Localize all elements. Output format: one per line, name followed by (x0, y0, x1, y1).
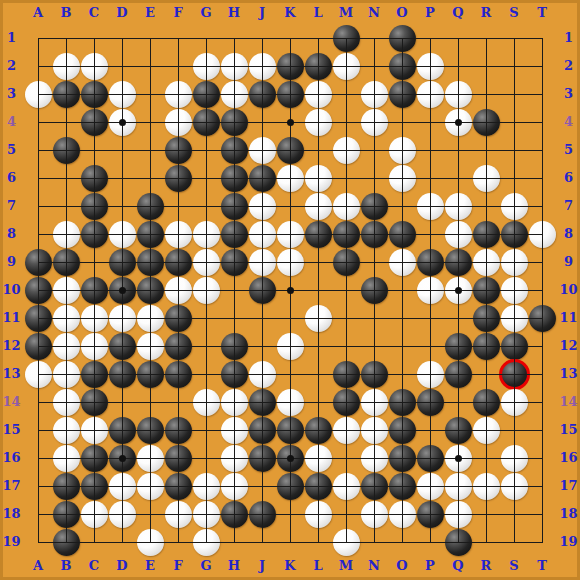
intersection-N12[interactable] (360, 332, 388, 360)
intersection-R5[interactable] (472, 136, 500, 164)
intersection-B3[interactable] (52, 80, 80, 108)
intersection-J14[interactable] (248, 388, 276, 416)
intersection-L4[interactable] (304, 108, 332, 136)
intersection-A11[interactable] (24, 304, 52, 332)
intersection-N1[interactable] (360, 24, 388, 52)
intersection-R8[interactable] (472, 220, 500, 248)
intersection-L3[interactable] (304, 80, 332, 108)
intersection-N16[interactable] (360, 444, 388, 472)
intersection-O19[interactable] (388, 528, 416, 556)
intersection-L11[interactable] (304, 304, 332, 332)
intersection-C12[interactable] (80, 332, 108, 360)
intersection-R15[interactable] (472, 416, 500, 444)
intersection-J12[interactable] (248, 332, 276, 360)
intersection-O2[interactable] (388, 52, 416, 80)
intersection-O13[interactable] (388, 360, 416, 388)
intersection-F8[interactable] (164, 220, 192, 248)
intersection-P3[interactable] (416, 80, 444, 108)
intersection-D6[interactable] (108, 164, 136, 192)
intersection-G13[interactable] (192, 360, 220, 388)
intersection-A16[interactable] (24, 444, 52, 472)
intersection-P4[interactable] (416, 108, 444, 136)
intersection-B4[interactable] (52, 108, 80, 136)
intersection-E2[interactable] (136, 52, 164, 80)
intersection-R2[interactable] (472, 52, 500, 80)
intersection-O8[interactable] (388, 220, 416, 248)
intersection-E3[interactable] (136, 80, 164, 108)
intersection-H9[interactable] (220, 248, 248, 276)
intersection-E10[interactable] (136, 276, 164, 304)
intersection-O5[interactable] (388, 136, 416, 164)
intersection-N15[interactable] (360, 416, 388, 444)
intersection-P10[interactable] (416, 276, 444, 304)
intersection-H15[interactable] (220, 416, 248, 444)
intersection-D3[interactable] (108, 80, 136, 108)
intersection-B6[interactable] (52, 164, 80, 192)
intersection-K11[interactable] (276, 304, 304, 332)
intersection-Q17[interactable] (444, 472, 472, 500)
intersection-C18[interactable] (80, 500, 108, 528)
intersection-L6[interactable] (304, 164, 332, 192)
intersection-C9[interactable] (80, 248, 108, 276)
intersection-G2[interactable] (192, 52, 220, 80)
intersection-Q1[interactable] (444, 24, 472, 52)
intersection-K8[interactable] (276, 220, 304, 248)
intersection-E18[interactable] (136, 500, 164, 528)
intersection-R18[interactable] (472, 500, 500, 528)
intersection-F16[interactable] (164, 444, 192, 472)
intersection-T18[interactable] (528, 500, 556, 528)
intersection-D1[interactable] (108, 24, 136, 52)
intersection-E16[interactable] (136, 444, 164, 472)
intersection-S16[interactable] (500, 444, 528, 472)
intersection-B11[interactable] (52, 304, 80, 332)
intersection-G5[interactable] (192, 136, 220, 164)
intersection-M3[interactable] (332, 80, 360, 108)
intersection-M4[interactable] (332, 108, 360, 136)
intersection-T4[interactable] (528, 108, 556, 136)
intersection-E13[interactable] (136, 360, 164, 388)
intersection-J3[interactable] (248, 80, 276, 108)
intersection-P7[interactable] (416, 192, 444, 220)
intersection-M13[interactable] (332, 360, 360, 388)
intersection-R3[interactable] (472, 80, 500, 108)
intersection-H8[interactable] (220, 220, 248, 248)
intersection-B18[interactable] (52, 500, 80, 528)
intersection-M11[interactable] (332, 304, 360, 332)
intersection-Q16[interactable] (444, 444, 472, 472)
intersection-N13[interactable] (360, 360, 388, 388)
intersection-G16[interactable] (192, 444, 220, 472)
intersection-G18[interactable] (192, 500, 220, 528)
intersection-J9[interactable] (248, 248, 276, 276)
intersection-L1[interactable] (304, 24, 332, 52)
intersection-D18[interactable] (108, 500, 136, 528)
intersection-L18[interactable] (304, 500, 332, 528)
intersection-D4[interactable] (108, 108, 136, 136)
intersection-T17[interactable] (528, 472, 556, 500)
intersection-H7[interactable] (220, 192, 248, 220)
intersection-T8[interactable] (528, 220, 556, 248)
intersection-F7[interactable] (164, 192, 192, 220)
intersection-Q10[interactable] (444, 276, 472, 304)
intersection-S9[interactable] (500, 248, 528, 276)
intersection-O12[interactable] (388, 332, 416, 360)
intersection-G4[interactable] (192, 108, 220, 136)
intersection-T12[interactable] (528, 332, 556, 360)
intersection-S19[interactable] (500, 528, 528, 556)
intersection-L7[interactable] (304, 192, 332, 220)
intersection-C3[interactable] (80, 80, 108, 108)
intersection-L2[interactable] (304, 52, 332, 80)
intersection-M14[interactable] (332, 388, 360, 416)
intersection-N3[interactable] (360, 80, 388, 108)
intersection-P15[interactable] (416, 416, 444, 444)
intersection-G3[interactable] (192, 80, 220, 108)
intersection-E11[interactable] (136, 304, 164, 332)
intersection-F18[interactable] (164, 500, 192, 528)
intersection-H6[interactable] (220, 164, 248, 192)
intersection-T19[interactable] (528, 528, 556, 556)
intersection-K19[interactable] (276, 528, 304, 556)
intersection-S13[interactable] (500, 360, 528, 388)
intersection-E5[interactable] (136, 136, 164, 164)
intersection-L13[interactable] (304, 360, 332, 388)
intersection-A15[interactable] (24, 416, 52, 444)
intersection-T6[interactable] (528, 164, 556, 192)
intersection-C8[interactable] (80, 220, 108, 248)
intersection-T3[interactable] (528, 80, 556, 108)
intersection-G10[interactable] (192, 276, 220, 304)
intersection-H3[interactable] (220, 80, 248, 108)
intersection-D9[interactable] (108, 248, 136, 276)
intersection-P16[interactable] (416, 444, 444, 472)
intersection-N2[interactable] (360, 52, 388, 80)
intersection-M15[interactable] (332, 416, 360, 444)
intersection-T14[interactable] (528, 388, 556, 416)
intersection-A8[interactable] (24, 220, 52, 248)
intersection-H17[interactable] (220, 472, 248, 500)
intersection-F14[interactable] (164, 388, 192, 416)
intersection-P13[interactable] (416, 360, 444, 388)
intersection-N6[interactable] (360, 164, 388, 192)
intersection-D11[interactable] (108, 304, 136, 332)
intersection-M6[interactable] (332, 164, 360, 192)
intersection-B2[interactable] (52, 52, 80, 80)
intersection-K9[interactable] (276, 248, 304, 276)
intersection-E15[interactable] (136, 416, 164, 444)
intersection-C10[interactable] (80, 276, 108, 304)
intersection-N14[interactable] (360, 388, 388, 416)
intersection-F12[interactable] (164, 332, 192, 360)
intersection-J17[interactable] (248, 472, 276, 500)
intersection-P17[interactable] (416, 472, 444, 500)
intersection-E14[interactable] (136, 388, 164, 416)
intersection-A9[interactable] (24, 248, 52, 276)
intersection-G1[interactable] (192, 24, 220, 52)
intersection-H12[interactable] (220, 332, 248, 360)
intersection-B10[interactable] (52, 276, 80, 304)
intersection-C7[interactable] (80, 192, 108, 220)
intersection-C6[interactable] (80, 164, 108, 192)
intersection-Q12[interactable] (444, 332, 472, 360)
intersection-F11[interactable] (164, 304, 192, 332)
intersection-B16[interactable] (52, 444, 80, 472)
intersection-Q8[interactable] (444, 220, 472, 248)
intersection-S18[interactable] (500, 500, 528, 528)
intersection-H2[interactable] (220, 52, 248, 80)
intersection-C19[interactable] (80, 528, 108, 556)
intersection-G9[interactable] (192, 248, 220, 276)
intersection-C17[interactable] (80, 472, 108, 500)
intersection-B5[interactable] (52, 136, 80, 164)
intersection-Q6[interactable] (444, 164, 472, 192)
intersection-E6[interactable] (136, 164, 164, 192)
intersection-J2[interactable] (248, 52, 276, 80)
intersection-C15[interactable] (80, 416, 108, 444)
intersection-S12[interactable] (500, 332, 528, 360)
intersection-J16[interactable] (248, 444, 276, 472)
intersection-G6[interactable] (192, 164, 220, 192)
intersection-D13[interactable] (108, 360, 136, 388)
intersection-C1[interactable] (80, 24, 108, 52)
intersection-Q19[interactable] (444, 528, 472, 556)
intersection-B1[interactable] (52, 24, 80, 52)
intersection-H5[interactable] (220, 136, 248, 164)
intersection-M16[interactable] (332, 444, 360, 472)
intersection-R16[interactable] (472, 444, 500, 472)
intersection-Q5[interactable] (444, 136, 472, 164)
intersection-A4[interactable] (24, 108, 52, 136)
intersection-E4[interactable] (136, 108, 164, 136)
intersection-C5[interactable] (80, 136, 108, 164)
intersection-B12[interactable] (52, 332, 80, 360)
intersection-N9[interactable] (360, 248, 388, 276)
intersection-F10[interactable] (164, 276, 192, 304)
intersection-C14[interactable] (80, 388, 108, 416)
intersection-L5[interactable] (304, 136, 332, 164)
intersection-N7[interactable] (360, 192, 388, 220)
intersection-O18[interactable] (388, 500, 416, 528)
intersection-Q4[interactable] (444, 108, 472, 136)
intersection-M5[interactable] (332, 136, 360, 164)
intersection-N8[interactable] (360, 220, 388, 248)
intersection-J1[interactable] (248, 24, 276, 52)
intersection-O6[interactable] (388, 164, 416, 192)
intersection-R4[interactable] (472, 108, 500, 136)
intersection-H13[interactable] (220, 360, 248, 388)
intersection-B15[interactable] (52, 416, 80, 444)
intersection-R6[interactable] (472, 164, 500, 192)
intersection-T15[interactable] (528, 416, 556, 444)
intersection-T16[interactable] (528, 444, 556, 472)
intersection-O7[interactable] (388, 192, 416, 220)
intersection-H1[interactable] (220, 24, 248, 52)
intersection-F2[interactable] (164, 52, 192, 80)
intersection-P1[interactable] (416, 24, 444, 52)
intersection-T1[interactable] (528, 24, 556, 52)
intersection-A6[interactable] (24, 164, 52, 192)
intersection-K10[interactable] (276, 276, 304, 304)
intersection-Q2[interactable] (444, 52, 472, 80)
board-grid[interactable] (24, 24, 556, 556)
intersection-E19[interactable] (136, 528, 164, 556)
intersection-M19[interactable] (332, 528, 360, 556)
intersection-S11[interactable] (500, 304, 528, 332)
intersection-M10[interactable] (332, 276, 360, 304)
intersection-F13[interactable] (164, 360, 192, 388)
intersection-O9[interactable] (388, 248, 416, 276)
intersection-L8[interactable] (304, 220, 332, 248)
intersection-K18[interactable] (276, 500, 304, 528)
intersection-F19[interactable] (164, 528, 192, 556)
intersection-K15[interactable] (276, 416, 304, 444)
intersection-Q18[interactable] (444, 500, 472, 528)
intersection-J10[interactable] (248, 276, 276, 304)
intersection-M2[interactable] (332, 52, 360, 80)
intersection-J8[interactable] (248, 220, 276, 248)
intersection-B19[interactable] (52, 528, 80, 556)
intersection-A1[interactable] (24, 24, 52, 52)
intersection-O16[interactable] (388, 444, 416, 472)
intersection-F9[interactable] (164, 248, 192, 276)
intersection-Q9[interactable] (444, 248, 472, 276)
intersection-B9[interactable] (52, 248, 80, 276)
intersection-T7[interactable] (528, 192, 556, 220)
intersection-D8[interactable] (108, 220, 136, 248)
intersection-K3[interactable] (276, 80, 304, 108)
intersection-M9[interactable] (332, 248, 360, 276)
intersection-K5[interactable] (276, 136, 304, 164)
intersection-S5[interactable] (500, 136, 528, 164)
intersection-Q13[interactable] (444, 360, 472, 388)
intersection-F17[interactable] (164, 472, 192, 500)
intersection-P2[interactable] (416, 52, 444, 80)
intersection-R17[interactable] (472, 472, 500, 500)
intersection-J19[interactable] (248, 528, 276, 556)
intersection-A13[interactable] (24, 360, 52, 388)
intersection-Q15[interactable] (444, 416, 472, 444)
intersection-D17[interactable] (108, 472, 136, 500)
intersection-B13[interactable] (52, 360, 80, 388)
intersection-J5[interactable] (248, 136, 276, 164)
intersection-K4[interactable] (276, 108, 304, 136)
intersection-A19[interactable] (24, 528, 52, 556)
intersection-R11[interactable] (472, 304, 500, 332)
intersection-Q3[interactable] (444, 80, 472, 108)
intersection-P18[interactable] (416, 500, 444, 528)
intersection-E7[interactable] (136, 192, 164, 220)
intersection-P8[interactable] (416, 220, 444, 248)
intersection-P14[interactable] (416, 388, 444, 416)
intersection-D15[interactable] (108, 416, 136, 444)
intersection-A14[interactable] (24, 388, 52, 416)
intersection-S2[interactable] (500, 52, 528, 80)
intersection-J11[interactable] (248, 304, 276, 332)
intersection-R10[interactable] (472, 276, 500, 304)
intersection-B7[interactable] (52, 192, 80, 220)
intersection-G15[interactable] (192, 416, 220, 444)
intersection-L19[interactable] (304, 528, 332, 556)
intersection-C11[interactable] (80, 304, 108, 332)
intersection-D19[interactable] (108, 528, 136, 556)
intersection-G8[interactable] (192, 220, 220, 248)
intersection-K7[interactable] (276, 192, 304, 220)
intersection-C4[interactable] (80, 108, 108, 136)
intersection-F5[interactable] (164, 136, 192, 164)
intersection-A7[interactable] (24, 192, 52, 220)
intersection-B17[interactable] (52, 472, 80, 500)
intersection-L12[interactable] (304, 332, 332, 360)
intersection-J6[interactable] (248, 164, 276, 192)
intersection-Q11[interactable] (444, 304, 472, 332)
intersection-G7[interactable] (192, 192, 220, 220)
intersection-S1[interactable] (500, 24, 528, 52)
intersection-J18[interactable] (248, 500, 276, 528)
intersection-J7[interactable] (248, 192, 276, 220)
intersection-L16[interactable] (304, 444, 332, 472)
intersection-F15[interactable] (164, 416, 192, 444)
intersection-Q7[interactable] (444, 192, 472, 220)
intersection-P5[interactable] (416, 136, 444, 164)
intersection-F1[interactable] (164, 24, 192, 52)
intersection-K2[interactable] (276, 52, 304, 80)
intersection-J4[interactable] (248, 108, 276, 136)
intersection-O3[interactable] (388, 80, 416, 108)
intersection-A3[interactable] (24, 80, 52, 108)
intersection-N5[interactable] (360, 136, 388, 164)
intersection-O1[interactable] (388, 24, 416, 52)
intersection-F4[interactable] (164, 108, 192, 136)
intersection-E12[interactable] (136, 332, 164, 360)
intersection-S10[interactable] (500, 276, 528, 304)
intersection-P19[interactable] (416, 528, 444, 556)
intersection-K14[interactable] (276, 388, 304, 416)
intersection-C2[interactable] (80, 52, 108, 80)
intersection-R14[interactable] (472, 388, 500, 416)
intersection-M18[interactable] (332, 500, 360, 528)
intersection-T9[interactable] (528, 248, 556, 276)
intersection-T10[interactable] (528, 276, 556, 304)
intersection-S4[interactable] (500, 108, 528, 136)
intersection-O11[interactable] (388, 304, 416, 332)
intersection-G11[interactable] (192, 304, 220, 332)
intersection-A18[interactable] (24, 500, 52, 528)
intersection-C13[interactable] (80, 360, 108, 388)
intersection-E17[interactable] (136, 472, 164, 500)
intersection-Q14[interactable] (444, 388, 472, 416)
intersection-R19[interactable] (472, 528, 500, 556)
intersection-S15[interactable] (500, 416, 528, 444)
intersection-S3[interactable] (500, 80, 528, 108)
intersection-O10[interactable] (388, 276, 416, 304)
intersection-O4[interactable] (388, 108, 416, 136)
intersection-G14[interactable] (192, 388, 220, 416)
intersection-B8[interactable] (52, 220, 80, 248)
intersection-T11[interactable] (528, 304, 556, 332)
intersection-G17[interactable] (192, 472, 220, 500)
intersection-M8[interactable] (332, 220, 360, 248)
intersection-D12[interactable] (108, 332, 136, 360)
intersection-H4[interactable] (220, 108, 248, 136)
intersection-P11[interactable] (416, 304, 444, 332)
intersection-R7[interactable] (472, 192, 500, 220)
intersection-F3[interactable] (164, 80, 192, 108)
intersection-E9[interactable] (136, 248, 164, 276)
intersection-H18[interactable] (220, 500, 248, 528)
intersection-N11[interactable] (360, 304, 388, 332)
intersection-S17[interactable] (500, 472, 528, 500)
